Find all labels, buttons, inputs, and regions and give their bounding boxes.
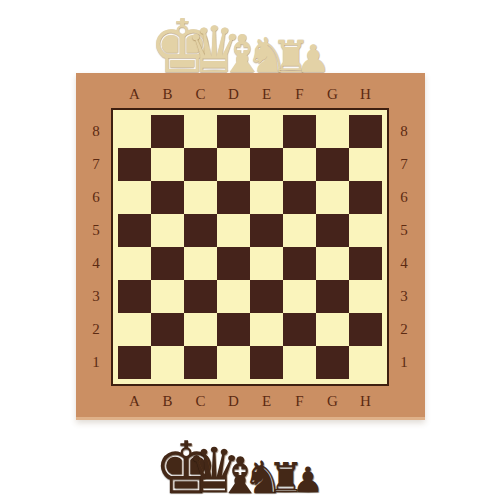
rank-label-2: 2 bbox=[390, 313, 418, 346]
rank-labels-right: 87654321 bbox=[390, 115, 418, 379]
rank-label-6: 6 bbox=[390, 181, 418, 214]
rank-labels-left: 87654321 bbox=[82, 115, 110, 379]
board-squares bbox=[118, 115, 382, 379]
black-pieces-lineup: ♚ ♛ ♝ ♞ ♜ ♟ bbox=[0, 420, 500, 494]
square-c4[interactable] bbox=[184, 247, 217, 280]
file-label-a: A bbox=[118, 392, 151, 410]
file-labels-bottom: ABCDEFGH bbox=[118, 392, 382, 410]
square-d7[interactable] bbox=[217, 148, 250, 181]
square-f8[interactable] bbox=[283, 115, 316, 148]
square-a8[interactable] bbox=[118, 115, 151, 148]
square-e6[interactable] bbox=[250, 181, 283, 214]
square-f4[interactable] bbox=[283, 247, 316, 280]
square-e4[interactable] bbox=[250, 247, 283, 280]
square-h6[interactable] bbox=[349, 181, 382, 214]
square-d8[interactable] bbox=[217, 115, 250, 148]
rank-label-3: 3 bbox=[82, 280, 110, 313]
square-e2[interactable] bbox=[250, 313, 283, 346]
square-b7[interactable] bbox=[151, 148, 184, 181]
square-a6[interactable] bbox=[118, 181, 151, 214]
file-label-c: C bbox=[184, 392, 217, 410]
square-b3[interactable] bbox=[151, 280, 184, 313]
white-pieces-lineup: ♚ ♛ ♝ ♞ ♜ ♟ bbox=[0, 0, 500, 73]
chess-board-photo: ♚ ♛ ♝ ♞ ♜ ♟ ABCDEFGH 87654321 87654321 A… bbox=[0, 0, 500, 500]
square-c5[interactable] bbox=[184, 214, 217, 247]
rank-label-4: 4 bbox=[390, 247, 418, 280]
rank-label-5: 5 bbox=[82, 214, 110, 247]
square-b4[interactable] bbox=[151, 247, 184, 280]
file-label-h: H bbox=[349, 85, 382, 103]
square-e8[interactable] bbox=[250, 115, 283, 148]
square-a1[interactable] bbox=[118, 346, 151, 379]
rank-label-8: 8 bbox=[82, 115, 110, 148]
file-label-g: G bbox=[316, 392, 349, 410]
square-d3[interactable] bbox=[217, 280, 250, 313]
square-a7[interactable] bbox=[118, 148, 151, 181]
square-c7[interactable] bbox=[184, 148, 217, 181]
rank-label-5: 5 bbox=[390, 214, 418, 247]
square-d5[interactable] bbox=[217, 214, 250, 247]
square-g2[interactable] bbox=[316, 313, 349, 346]
square-e3[interactable] bbox=[250, 280, 283, 313]
square-c2[interactable] bbox=[184, 313, 217, 346]
rank-label-6: 6 bbox=[82, 181, 110, 214]
square-h2[interactable] bbox=[349, 313, 382, 346]
square-f6[interactable] bbox=[283, 181, 316, 214]
square-c8[interactable] bbox=[184, 115, 217, 148]
square-b8[interactable] bbox=[151, 115, 184, 148]
square-h5[interactable] bbox=[349, 214, 382, 247]
square-d1[interactable] bbox=[217, 346, 250, 379]
file-label-f: F bbox=[283, 85, 316, 103]
square-h8[interactable] bbox=[349, 115, 382, 148]
file-label-f: F bbox=[283, 392, 316, 410]
square-d4[interactable] bbox=[217, 247, 250, 280]
file-label-h: H bbox=[349, 392, 382, 410]
square-g6[interactable] bbox=[316, 181, 349, 214]
file-labels-top: ABCDEFGH bbox=[118, 85, 382, 103]
white-pawn-piece[interactable]: ♟ bbox=[296, 40, 330, 78]
chess-board: ABCDEFGH 87654321 87654321 ABCDEFGH bbox=[76, 73, 425, 420]
square-c3[interactable] bbox=[184, 280, 217, 313]
square-e1[interactable] bbox=[250, 346, 283, 379]
square-b6[interactable] bbox=[151, 181, 184, 214]
square-a3[interactable] bbox=[118, 280, 151, 313]
square-g1[interactable] bbox=[316, 346, 349, 379]
square-b1[interactable] bbox=[151, 346, 184, 379]
square-g8[interactable] bbox=[316, 115, 349, 148]
square-f5[interactable] bbox=[283, 214, 316, 247]
file-label-d: D bbox=[217, 85, 250, 103]
square-a2[interactable] bbox=[118, 313, 151, 346]
square-c6[interactable] bbox=[184, 181, 217, 214]
rank-label-4: 4 bbox=[82, 247, 110, 280]
rank-label-3: 3 bbox=[390, 280, 418, 313]
square-g3[interactable] bbox=[316, 280, 349, 313]
rank-label-1: 1 bbox=[390, 346, 418, 379]
black-pawn-piece[interactable]: ♟ bbox=[292, 463, 323, 498]
file-label-e: E bbox=[250, 392, 283, 410]
square-e5[interactable] bbox=[250, 214, 283, 247]
square-e7[interactable] bbox=[250, 148, 283, 181]
square-d6[interactable] bbox=[217, 181, 250, 214]
file-label-b: B bbox=[151, 392, 184, 410]
square-f2[interactable] bbox=[283, 313, 316, 346]
square-g7[interactable] bbox=[316, 148, 349, 181]
square-f3[interactable] bbox=[283, 280, 316, 313]
file-label-g: G bbox=[316, 85, 349, 103]
file-label-e: E bbox=[250, 85, 283, 103]
square-a4[interactable] bbox=[118, 247, 151, 280]
square-g4[interactable] bbox=[316, 247, 349, 280]
square-b2[interactable] bbox=[151, 313, 184, 346]
square-h4[interactable] bbox=[349, 247, 382, 280]
rank-label-7: 7 bbox=[390, 148, 418, 181]
file-label-a: A bbox=[118, 85, 151, 103]
square-f7[interactable] bbox=[283, 148, 316, 181]
square-h7[interactable] bbox=[349, 148, 382, 181]
square-h3[interactable] bbox=[349, 280, 382, 313]
square-b5[interactable] bbox=[151, 214, 184, 247]
square-f1[interactable] bbox=[283, 346, 316, 379]
rank-label-7: 7 bbox=[82, 148, 110, 181]
square-d2[interactable] bbox=[217, 313, 250, 346]
square-a5[interactable] bbox=[118, 214, 151, 247]
square-h1[interactable] bbox=[349, 346, 382, 379]
square-g5[interactable] bbox=[316, 214, 349, 247]
file-label-b: B bbox=[151, 85, 184, 103]
rank-label-8: 8 bbox=[390, 115, 418, 148]
file-label-d: D bbox=[217, 392, 250, 410]
board-field bbox=[111, 108, 389, 386]
square-c1[interactable] bbox=[184, 346, 217, 379]
rank-label-2: 2 bbox=[82, 313, 110, 346]
rank-label-1: 1 bbox=[82, 346, 110, 379]
file-label-c: C bbox=[184, 85, 217, 103]
